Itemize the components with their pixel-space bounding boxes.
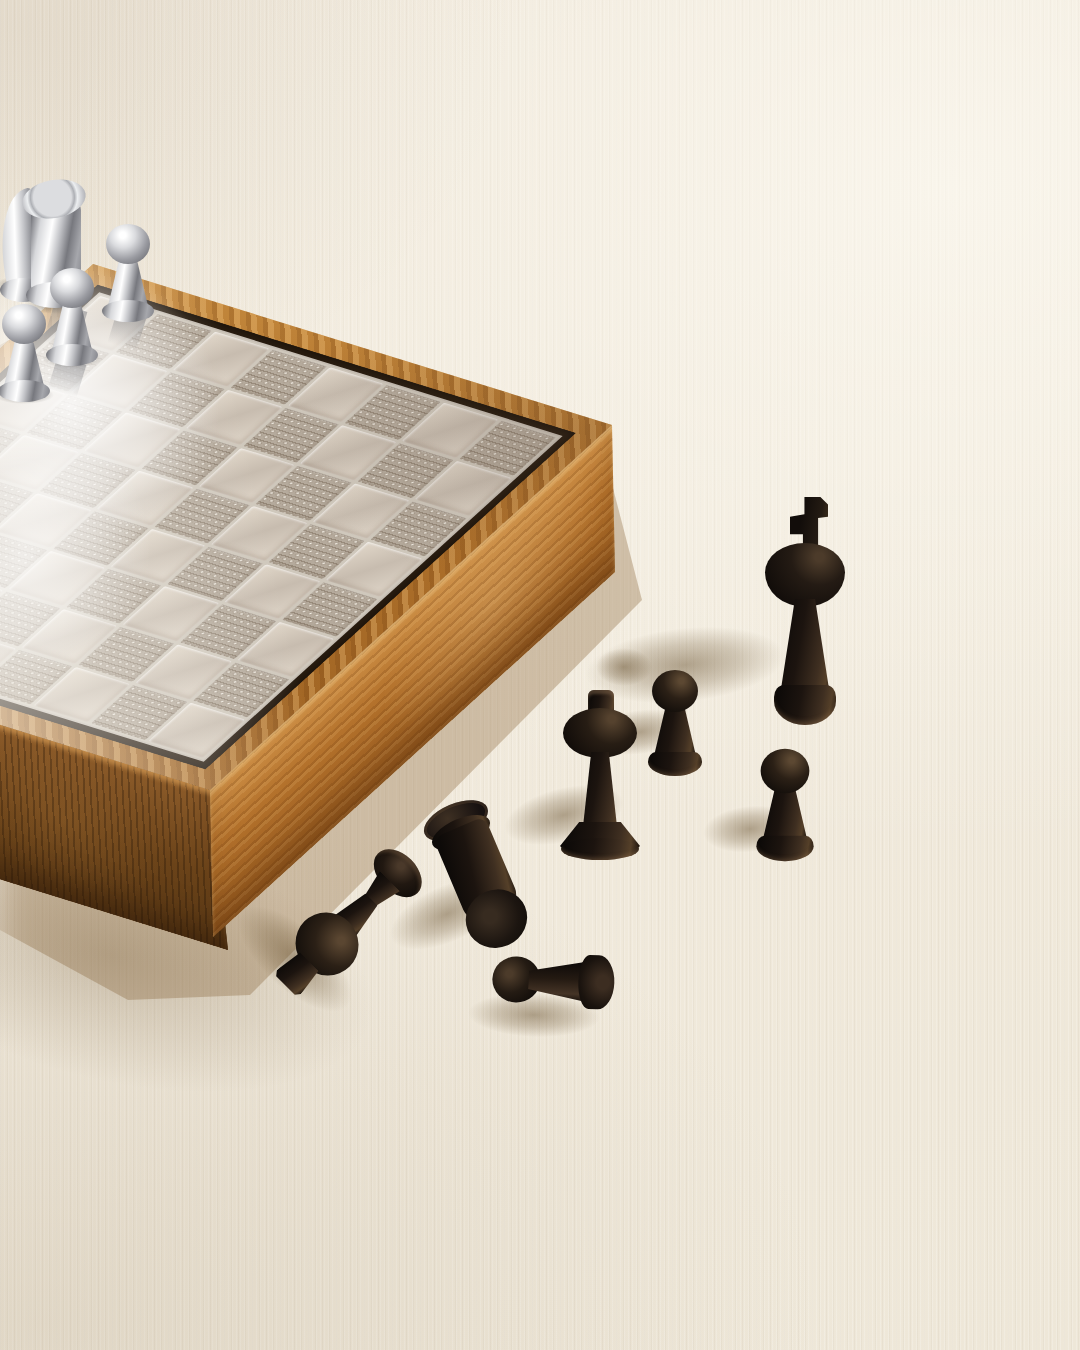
pawn-base bbox=[648, 752, 702, 776]
queen-body bbox=[578, 752, 622, 832]
pawn-head bbox=[761, 749, 810, 794]
black-queen bbox=[556, 690, 644, 866]
pawn-head bbox=[2, 304, 46, 344]
black-pawn bbox=[645, 670, 705, 776]
king-dome-pedestal bbox=[765, 543, 845, 607]
silver-pawn bbox=[100, 224, 156, 322]
king-base bbox=[774, 685, 836, 725]
pawn-head bbox=[652, 670, 698, 712]
pawn-head bbox=[106, 224, 150, 264]
product-photo bbox=[0, 0, 1080, 1350]
silver-pawn bbox=[44, 268, 100, 366]
king-finial-shadow bbox=[596, 648, 652, 686]
pawn-head bbox=[50, 268, 94, 308]
king-body bbox=[777, 599, 833, 693]
queen-collar bbox=[563, 708, 637, 758]
pawn-base bbox=[0, 380, 50, 402]
pawn-base bbox=[756, 836, 813, 861]
queen-foot bbox=[561, 838, 639, 860]
lying-pawn-base bbox=[577, 955, 615, 1010]
pawn-base bbox=[102, 300, 154, 322]
black-bishop-lying bbox=[250, 832, 440, 1022]
pawn-stem bbox=[763, 787, 808, 840]
black-pawn-lying bbox=[490, 948, 630, 1034]
lying-pawn-stem bbox=[528, 959, 585, 1003]
pawn-stem bbox=[654, 706, 696, 756]
black-pawn bbox=[753, 749, 817, 861]
silver-pawn bbox=[0, 304, 52, 402]
black-king bbox=[762, 497, 848, 727]
pawn-base bbox=[46, 344, 98, 366]
